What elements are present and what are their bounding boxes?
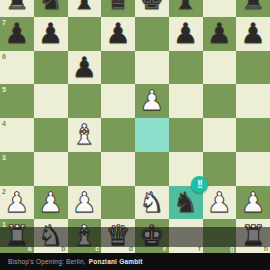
piece-bB-c8[interactable]: ♝ [68,0,102,17]
square-a3[interactable]: 3 [0,152,34,186]
square-e3[interactable] [135,152,169,186]
square-d8[interactable]: ♛ [101,0,135,17]
opening-name-caption: Bishop's Opening: Berlin, Ponziani Gambi… [0,253,270,270]
square-c6[interactable]: ♟ [68,51,102,85]
piece-bP-c6[interactable]: ♟ [68,51,102,85]
square-d6[interactable] [101,51,135,85]
piece-wP-g2[interactable]: ♟ [203,186,237,220]
square-b2[interactable]: ♟ [34,186,68,220]
square-a4[interactable]: 4 [0,118,34,152]
square-g5[interactable] [203,84,237,118]
square-g4[interactable] [203,118,237,152]
rank-label-4: 4 [2,120,6,127]
piece-wN-b1[interactable]: ♞ [34,219,68,253]
square-h3[interactable] [236,152,270,186]
square-c5[interactable] [68,84,102,118]
square-a8[interactable]: 8♜ [0,0,34,17]
piece-wB-c1[interactable]: ♝ [68,219,102,253]
square-b4[interactable] [34,118,68,152]
square-g1[interactable]: g [203,219,237,253]
square-e8[interactable]: ♚ [135,0,169,17]
square-g6[interactable] [203,51,237,85]
brilliant-move-badge-text: !! [197,179,202,190]
square-d5[interactable] [101,84,135,118]
piece-bP-a7[interactable]: ♟ [0,17,34,51]
piece-wP-h2[interactable]: ♟ [236,186,270,220]
square-e6[interactable] [135,51,169,85]
piece-wQ-d1[interactable]: ♛ [101,219,135,253]
piece-wK-e1[interactable]: ♚ [135,219,169,253]
square-d3[interactable] [101,152,135,186]
square-b8[interactable]: ♞ [34,0,68,17]
square-b5[interactable] [34,84,68,118]
square-g8[interactable] [203,0,237,17]
file-label-f: f [198,245,200,252]
square-g7[interactable]: ♟ [203,17,237,51]
piece-bK-e8[interactable]: ♚ [135,0,169,17]
piece-wR-h1[interactable]: ♜ [236,219,270,253]
chess-board[interactable]: 8♜♞♝♛♚♝♜7♟♟♟♟♟♟6♟5♟4♝32♟♟♟♞♞♟♟1a♜b♞c♝d♛e… [0,0,270,253]
square-f4[interactable] [169,118,203,152]
square-f8[interactable]: ♝ [169,0,203,17]
piece-wP-c2[interactable]: ♟ [68,186,102,220]
piece-bP-f7[interactable]: ♟ [169,17,203,51]
square-h5[interactable] [236,84,270,118]
square-d7[interactable]: ♟ [101,17,135,51]
square-a5[interactable]: 5 [0,84,34,118]
square-b7[interactable]: ♟ [34,17,68,51]
square-c3[interactable] [68,152,102,186]
opening-name-muted: Bishop's Opening: Berlin, [8,258,86,265]
piece-bB-f8[interactable]: ♝ [169,0,203,17]
board-thumbnail: 8♜♞♝♛♚♝♜7♟♟♟♟♟♟6♟5♟4♝32♟♟♟♞♞♟♟1a♜b♞c♝d♛e… [0,0,270,270]
square-a2[interactable]: 2♟ [0,186,34,220]
piece-bP-d7[interactable]: ♟ [101,17,135,51]
rank-label-6: 6 [2,53,6,60]
square-f6[interactable] [169,51,203,85]
piece-wN-e2[interactable]: ♞ [135,186,169,220]
piece-bR-h8[interactable]: ♜ [236,0,270,17]
square-a7[interactable]: 7♟ [0,17,34,51]
file-label-g: g [230,245,234,252]
square-d1[interactable]: d♛ [101,219,135,253]
piece-bN-b8[interactable]: ♞ [34,0,68,17]
square-e2[interactable]: ♞ [135,186,169,220]
rank-label-3: 3 [2,154,6,161]
square-e7[interactable] [135,17,169,51]
square-g2[interactable]: ♟ [203,186,237,220]
square-d4[interactable] [101,118,135,152]
piece-wB-c4[interactable]: ♝ [68,118,102,152]
piece-bR-a8[interactable]: ♜ [0,0,34,17]
square-e4[interactable] [135,118,169,152]
square-h4[interactable] [236,118,270,152]
square-h6[interactable] [236,51,270,85]
rank-label-5: 5 [2,86,6,93]
square-f5[interactable] [169,84,203,118]
piece-wP-b2[interactable]: ♟ [34,186,68,220]
opening-name-bold: Ponziani Gambit [89,258,143,265]
square-c1[interactable]: c♝ [68,219,102,253]
square-e5[interactable]: ♟ [135,84,169,118]
square-c2[interactable]: ♟ [68,186,102,220]
piece-bP-g7[interactable]: ♟ [203,17,237,51]
square-c4[interactable]: ♝ [68,118,102,152]
square-e1[interactable]: e♚ [135,219,169,253]
piece-bQ-d8[interactable]: ♛ [101,0,135,17]
square-h1[interactable]: h♜ [236,219,270,253]
brilliant-move-badge: !! [191,176,208,193]
piece-wP-a2[interactable]: ♟ [0,186,34,220]
piece-wR-a1[interactable]: ♜ [0,219,34,253]
square-g3[interactable] [203,152,237,186]
piece-bP-b7[interactable]: ♟ [34,17,68,51]
square-f1[interactable]: f [169,219,203,253]
square-h8[interactable]: ♜ [236,0,270,17]
square-a6[interactable]: 6 [0,51,34,85]
square-a1[interactable]: 1a♜ [0,219,34,253]
square-c7[interactable] [68,17,102,51]
square-c8[interactable]: ♝ [68,0,102,17]
square-h2[interactable]: ♟ [236,186,270,220]
square-b1[interactable]: b♞ [34,219,68,253]
piece-wP-e5[interactable]: ♟ [135,84,169,118]
square-f7[interactable]: ♟ [169,17,203,51]
square-d2[interactable] [101,186,135,220]
square-b3[interactable] [34,152,68,186]
square-b6[interactable] [34,51,68,85]
piece-bP-h7[interactable]: ♟ [236,17,270,51]
square-h7[interactable]: ♟ [236,17,270,51]
